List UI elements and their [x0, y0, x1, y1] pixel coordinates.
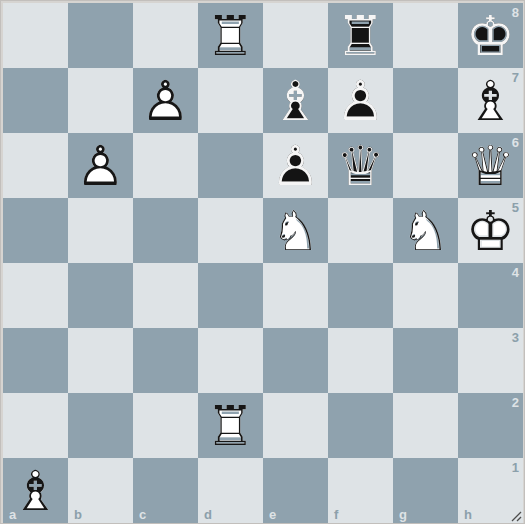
- rank-label-5: 5: [512, 201, 519, 214]
- square-g3[interactable]: [393, 328, 458, 393]
- file-label-a: a: [9, 508, 16, 521]
- square-g6[interactable]: [393, 133, 458, 198]
- file-label-h: h: [464, 508, 472, 521]
- square-f5[interactable]: [328, 198, 393, 263]
- piece-outline-glyph: ♖: [328, 3, 393, 68]
- file-label-g: g: [399, 508, 407, 521]
- square-d6[interactable]: [198, 133, 263, 198]
- square-h6[interactable]: ♛♕6: [458, 133, 523, 198]
- square-a6[interactable]: [3, 133, 68, 198]
- square-a7[interactable]: [3, 68, 68, 133]
- square-g4[interactable]: [393, 263, 458, 328]
- square-g1[interactable]: g: [393, 458, 458, 523]
- piece-outline-glyph: ♕: [328, 133, 393, 198]
- square-f3[interactable]: [328, 328, 393, 393]
- square-a2[interactable]: [3, 393, 68, 458]
- square-c1[interactable]: c: [133, 458, 198, 523]
- square-b6[interactable]: ♟♙: [68, 133, 133, 198]
- square-e4[interactable]: [263, 263, 328, 328]
- square-d7[interactable]: [198, 68, 263, 133]
- rank-label-1: 1: [512, 461, 519, 474]
- rank-label-7: 7: [512, 71, 519, 84]
- piece-outline-glyph: ♙: [68, 133, 133, 198]
- square-h7[interactable]: ♝♗7: [458, 68, 523, 133]
- file-label-d: d: [204, 508, 212, 521]
- file-label-f: f: [334, 508, 338, 521]
- square-b5[interactable]: [68, 198, 133, 263]
- piece-outline-glyph: ♗: [263, 68, 328, 133]
- white-pawn[interactable]: ♟♙: [133, 68, 198, 133]
- square-g7[interactable]: [393, 68, 458, 133]
- square-d5[interactable]: [198, 198, 263, 263]
- resize-handle-icon[interactable]: [510, 510, 522, 522]
- square-f1[interactable]: f: [328, 458, 393, 523]
- square-e8[interactable]: [263, 3, 328, 68]
- square-c4[interactable]: [133, 263, 198, 328]
- square-h1[interactable]: 1h: [458, 458, 523, 523]
- square-f4[interactable]: [328, 263, 393, 328]
- square-b3[interactable]: [68, 328, 133, 393]
- piece-outline-glyph: ♙: [133, 68, 198, 133]
- rank-label-3: 3: [512, 331, 519, 344]
- square-c7[interactable]: ♟♙: [133, 68, 198, 133]
- piece-outline-glyph: ♖: [198, 393, 263, 458]
- black-queen[interactable]: ♛♕: [328, 133, 393, 198]
- square-e1[interactable]: e: [263, 458, 328, 523]
- square-h3[interactable]: 3: [458, 328, 523, 393]
- rank-label-6: 6: [512, 136, 519, 149]
- square-d8[interactable]: ♜♖: [198, 3, 263, 68]
- square-c2[interactable]: [133, 393, 198, 458]
- piece-outline-glyph: ♙: [263, 133, 328, 198]
- white-rook[interactable]: ♜♖: [198, 393, 263, 458]
- square-a5[interactable]: [3, 198, 68, 263]
- square-b8[interactable]: [68, 3, 133, 68]
- square-f2[interactable]: [328, 393, 393, 458]
- white-rook[interactable]: ♜♖: [198, 3, 263, 68]
- rank-label-8: 8: [512, 6, 519, 19]
- chess-board: ♜♖♜♖♚♔8♟♙♝♗♟♙♝♗7♟♙♟♙♛♕♛♕6♞♘♞♘♚♔543♜♖2♝♗a…: [3, 3, 523, 523]
- square-e5[interactable]: ♞♘: [263, 198, 328, 263]
- black-rook[interactable]: ♜♖: [328, 3, 393, 68]
- black-pawn[interactable]: ♟♙: [263, 133, 328, 198]
- square-d4[interactable]: [198, 263, 263, 328]
- square-c3[interactable]: [133, 328, 198, 393]
- square-a1[interactable]: ♝♗a: [3, 458, 68, 523]
- square-f6[interactable]: ♛♕: [328, 133, 393, 198]
- square-c8[interactable]: [133, 3, 198, 68]
- rank-label-2: 2: [512, 396, 519, 409]
- square-h5[interactable]: ♚♔5: [458, 198, 523, 263]
- square-e3[interactable]: [263, 328, 328, 393]
- white-pawn[interactable]: ♟♙: [68, 133, 133, 198]
- square-h4[interactable]: 4: [458, 263, 523, 328]
- board-frame: ♜♖♜♖♚♔8♟♙♝♗♟♙♝♗7♟♙♟♙♛♕♛♕6♞♘♞♘♚♔543♜♖2♝♗a…: [0, 0, 525, 524]
- square-f7[interactable]: ♟♙: [328, 68, 393, 133]
- square-c5[interactable]: [133, 198, 198, 263]
- black-pawn[interactable]: ♟♙: [328, 68, 393, 133]
- piece-outline-glyph: ♘: [393, 198, 458, 263]
- file-label-e: e: [269, 508, 276, 521]
- square-d3[interactable]: [198, 328, 263, 393]
- rank-label-4: 4: [512, 266, 519, 279]
- piece-outline-glyph: ♖: [198, 3, 263, 68]
- piece-outline-glyph: ♙: [328, 68, 393, 133]
- square-e2[interactable]: [263, 393, 328, 458]
- square-d1[interactable]: d: [198, 458, 263, 523]
- square-a8[interactable]: [3, 3, 68, 68]
- square-a3[interactable]: [3, 328, 68, 393]
- file-label-b: b: [74, 508, 82, 521]
- square-d2[interactable]: ♜♖: [198, 393, 263, 458]
- file-label-c: c: [139, 508, 146, 521]
- square-h2[interactable]: 2: [458, 393, 523, 458]
- black-bishop[interactable]: ♝♗: [263, 68, 328, 133]
- square-g8[interactable]: [393, 3, 458, 68]
- piece-outline-glyph: ♘: [263, 198, 328, 263]
- square-g2[interactable]: [393, 393, 458, 458]
- square-a4[interactable]: [3, 263, 68, 328]
- square-e6[interactable]: ♟♙: [263, 133, 328, 198]
- square-g5[interactable]: ♞♘: [393, 198, 458, 263]
- square-b7[interactable]: [68, 68, 133, 133]
- square-f8[interactable]: ♜♖: [328, 3, 393, 68]
- square-b2[interactable]: [68, 393, 133, 458]
- square-b1[interactable]: b: [68, 458, 133, 523]
- white-knight[interactable]: ♞♘: [263, 198, 328, 263]
- white-knight[interactable]: ♞♘: [393, 198, 458, 263]
- square-c6[interactable]: [133, 133, 198, 198]
- square-b4[interactable]: [68, 263, 133, 328]
- square-h8[interactable]: ♚♔8: [458, 3, 523, 68]
- square-e7[interactable]: ♝♗: [263, 68, 328, 133]
